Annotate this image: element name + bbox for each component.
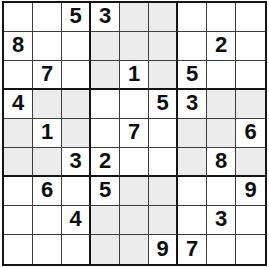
cell-r5c7[interactable]: [178, 119, 207, 148]
given-digit: 7: [186, 238, 198, 260]
cell-r7c3[interactable]: [62, 177, 91, 206]
cell-r4c1[interactable]: 4: [4, 90, 33, 119]
cell-r4c8[interactable]: [207, 90, 236, 119]
cell-r6c2[interactable]: [33, 148, 62, 177]
cell-r7c5[interactable]: [120, 177, 149, 206]
cell-r1c2[interactable]: [33, 3, 62, 32]
cell-r5c1[interactable]: [4, 119, 33, 148]
cell-r2c2[interactable]: [33, 32, 62, 61]
cell-r4c3[interactable]: [62, 90, 91, 119]
cell-r8c3[interactable]: 4: [62, 206, 91, 235]
cell-r9c2[interactable]: [33, 235, 62, 264]
cell-r7c6[interactable]: [149, 177, 178, 206]
given-digit: 6: [244, 121, 256, 143]
given-digit: 5: [69, 5, 81, 27]
cell-r2c4[interactable]: [91, 32, 120, 61]
cell-r6c6[interactable]: [149, 148, 178, 177]
given-digit: 1: [128, 63, 140, 85]
cell-r7c8[interactable]: [207, 177, 236, 206]
cell-r3c4[interactable]: [91, 61, 120, 90]
cell-r4c5[interactable]: [120, 90, 149, 119]
cell-r8c5[interactable]: [120, 206, 149, 235]
given-digit: 5: [99, 179, 111, 201]
cell-r6c7[interactable]: [178, 148, 207, 177]
cell-r4c2[interactable]: [33, 90, 62, 119]
cell-r2c7[interactable]: [178, 32, 207, 61]
cell-r8c4[interactable]: [91, 206, 120, 235]
cell-r9c1[interactable]: [4, 235, 33, 264]
given-digit: 6: [41, 179, 53, 201]
cell-r7c7[interactable]: [178, 177, 207, 206]
given-digit: 5: [156, 92, 168, 114]
cell-r3c2[interactable]: 7: [33, 61, 62, 90]
cell-r1c8[interactable]: [207, 3, 236, 32]
given-digit: 9: [156, 238, 168, 260]
cell-r3c5[interactable]: 1: [120, 61, 149, 90]
cell-r9c3[interactable]: [62, 235, 91, 264]
given-digit: 8: [215, 150, 227, 172]
cell-r6c1[interactable]: [4, 148, 33, 177]
cell-r7c9[interactable]: 9: [236, 177, 265, 206]
cell-r5c8[interactable]: [207, 119, 236, 148]
cell-r9c8[interactable]: [207, 235, 236, 264]
cell-r3c7[interactable]: 5: [178, 61, 207, 90]
cell-r6c3[interactable]: 3: [62, 148, 91, 177]
given-digit: 8: [12, 34, 24, 56]
cell-r5c2[interactable]: 1: [33, 119, 62, 148]
cell-r5c4[interactable]: [91, 119, 120, 148]
given-digit: 7: [128, 121, 140, 143]
cell-r6c9[interactable]: [236, 148, 265, 177]
given-digit: 4: [69, 208, 81, 230]
cell-r4c4[interactable]: [91, 90, 120, 119]
cell-r8c9[interactable]: [236, 206, 265, 235]
given-digit: 9: [244, 179, 256, 201]
cell-r8c7[interactable]: [178, 206, 207, 235]
given-digit: 4: [12, 92, 24, 114]
cell-r3c1[interactable]: [4, 61, 33, 90]
cell-r5c3[interactable]: [62, 119, 91, 148]
given-digit: 3: [69, 150, 81, 172]
cell-r4c6[interactable]: 5: [149, 90, 178, 119]
cell-r4c7[interactable]: 3: [178, 90, 207, 119]
cell-r9c4[interactable]: [91, 235, 120, 264]
cell-r3c8[interactable]: [207, 61, 236, 90]
cell-r8c8[interactable]: 3: [207, 206, 236, 235]
given-digit: 2: [99, 150, 111, 172]
cell-r6c4[interactable]: 2: [91, 148, 120, 177]
given-digit: 3: [99, 5, 111, 27]
given-digit: 3: [186, 92, 198, 114]
cell-r1c7[interactable]: [178, 3, 207, 32]
cell-r3c6[interactable]: [149, 61, 178, 90]
cell-r8c1[interactable]: [4, 206, 33, 235]
cell-r1c5[interactable]: [120, 3, 149, 32]
given-digit: 1: [41, 121, 53, 143]
cell-r9c9[interactable]: [236, 235, 265, 264]
cell-r1c4[interactable]: 3: [91, 3, 120, 32]
cell-r5c9[interactable]: 6: [236, 119, 265, 148]
cell-r7c2[interactable]: 6: [33, 177, 62, 206]
given-digit: 5: [186, 63, 198, 85]
cell-r3c3[interactable]: [62, 61, 91, 90]
cell-r4c9[interactable]: [236, 90, 265, 119]
given-digit: 2: [215, 34, 227, 56]
given-digit: 7: [41, 63, 53, 85]
cell-r8c2[interactable]: [33, 206, 62, 235]
cell-r1c9[interactable]: [236, 3, 265, 32]
cell-r5c6[interactable]: [149, 119, 178, 148]
cell-r2c1[interactable]: 8: [4, 32, 33, 61]
cell-r7c1[interactable]: [4, 177, 33, 206]
cell-r1c3[interactable]: 5: [62, 3, 91, 32]
sudoku-board: 53827154531763286594397: [2, 1, 267, 266]
cell-r6c5[interactable]: [120, 148, 149, 177]
cell-r1c1[interactable]: [4, 3, 33, 32]
cell-r2c9[interactable]: [236, 32, 265, 61]
cell-r5c5[interactable]: 7: [120, 119, 149, 148]
cell-r2c3[interactable]: [62, 32, 91, 61]
cell-r9c5[interactable]: [120, 235, 149, 264]
cell-r2c6[interactable]: [149, 32, 178, 61]
cell-r3c9[interactable]: [236, 61, 265, 90]
given-digit: 3: [215, 208, 227, 230]
cell-r9c6[interactable]: 9: [149, 235, 178, 264]
cell-r1c6[interactable]: [149, 3, 178, 32]
cell-r2c5[interactable]: [120, 32, 149, 61]
cell-r6c8[interactable]: 8: [207, 148, 236, 177]
cell-r8c6[interactable]: [149, 206, 178, 235]
cell-r7c4[interactable]: 5: [91, 177, 120, 206]
cell-r2c8[interactable]: 2: [207, 32, 236, 61]
cell-r9c7[interactable]: 7: [178, 235, 207, 264]
